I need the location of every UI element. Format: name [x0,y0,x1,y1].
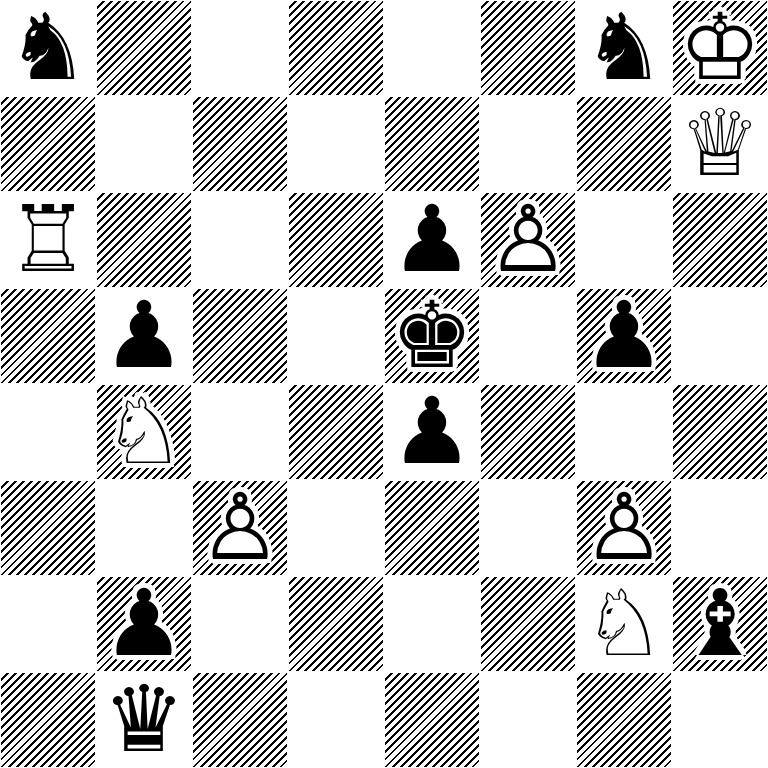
black-pawn-icon: ♟ [384,192,480,288]
black-pawn-icon: ♟ [576,288,672,384]
square-c1[interactable] [192,672,288,768]
square-f8[interactable] [480,0,576,96]
square-e3[interactable] [384,480,480,576]
black-knight-icon: ♞ [576,0,672,96]
piece-white-queen[interactable]: ♛♕ [672,96,768,192]
square-d6[interactable] [288,192,384,288]
square-h5[interactable] [672,288,768,384]
square-h7[interactable]: ♛♕ [672,96,768,192]
square-f1[interactable] [480,672,576,768]
piece-white-pawn[interactable]: ♟♙ [192,480,288,576]
square-b7[interactable] [96,96,192,192]
piece-black-queen[interactable]: ♛♛ [96,672,192,768]
black-pawn-icon: ♟ [384,384,480,480]
square-e2[interactable] [384,576,480,672]
square-b5[interactable]: ♟♟ [96,288,192,384]
square-c4[interactable] [192,384,288,480]
piece-black-knight[interactable]: ♞♞ [0,0,96,96]
square-d1[interactable] [288,672,384,768]
square-g2[interactable]: ♞♘ [576,576,672,672]
square-g4[interactable] [576,384,672,480]
chessboard: ♞♞♞♞♚♔♛♕♜♖♟♟♟♙♟♟♚♚♟♟♞♘♟♟♟♙♟♙♟♟♞♘♝♝♛♛ [0,0,768,768]
square-h1[interactable] [672,672,768,768]
square-h3[interactable] [672,480,768,576]
square-a2[interactable] [0,576,96,672]
square-h6[interactable] [672,192,768,288]
white-queen-icon: ♕ [672,96,768,192]
square-g7[interactable] [576,96,672,192]
piece-white-rook[interactable]: ♜♖ [0,192,96,288]
square-c5[interactable] [192,288,288,384]
piece-black-pawn[interactable]: ♟♟ [384,384,480,480]
square-d2[interactable] [288,576,384,672]
square-f4[interactable] [480,384,576,480]
square-f6[interactable]: ♟♙ [480,192,576,288]
white-pawn-icon: ♙ [480,192,576,288]
square-g5[interactable]: ♟♟ [576,288,672,384]
white-knight-icon: ♘ [576,576,672,672]
square-c3[interactable]: ♟♙ [192,480,288,576]
square-e4[interactable]: ♟♟ [384,384,480,480]
black-bishop-icon: ♝ [672,576,768,672]
square-b1[interactable]: ♛♛ [96,672,192,768]
square-a3[interactable] [0,480,96,576]
piece-white-king[interactable]: ♚♔ [672,0,768,96]
square-a7[interactable] [0,96,96,192]
square-f7[interactable] [480,96,576,192]
square-e6[interactable]: ♟♟ [384,192,480,288]
square-d7[interactable] [288,96,384,192]
white-rook-icon: ♖ [0,192,96,288]
square-e1[interactable] [384,672,480,768]
piece-white-knight[interactable]: ♞♘ [576,576,672,672]
square-g8[interactable]: ♞♞ [576,0,672,96]
square-c6[interactable] [192,192,288,288]
square-b4[interactable]: ♞♘ [96,384,192,480]
square-g1[interactable] [576,672,672,768]
square-a4[interactable] [0,384,96,480]
black-king-icon: ♚ [384,288,480,384]
square-b3[interactable] [96,480,192,576]
piece-white-pawn[interactable]: ♟♙ [480,192,576,288]
black-pawn-icon: ♟ [96,576,192,672]
square-h2[interactable]: ♝♝ [672,576,768,672]
white-king-icon: ♔ [672,0,768,96]
square-g6[interactable] [576,192,672,288]
square-a5[interactable] [0,288,96,384]
square-a1[interactable] [0,672,96,768]
piece-black-pawn[interactable]: ♟♟ [576,288,672,384]
square-b6[interactable] [96,192,192,288]
square-d3[interactable] [288,480,384,576]
white-pawn-icon: ♙ [576,480,672,576]
square-e8[interactable] [384,0,480,96]
black-queen-icon: ♛ [96,672,192,768]
piece-black-pawn[interactable]: ♟♟ [96,576,192,672]
piece-black-king[interactable]: ♚♚ [384,288,480,384]
piece-black-pawn[interactable]: ♟♟ [384,192,480,288]
square-a6[interactable]: ♜♖ [0,192,96,288]
white-knight-icon: ♘ [96,384,192,480]
black-knight-icon: ♞ [0,0,96,96]
white-pawn-icon: ♙ [192,480,288,576]
square-g3[interactable]: ♟♙ [576,480,672,576]
square-a8[interactable]: ♞♞ [0,0,96,96]
piece-black-pawn[interactable]: ♟♟ [96,288,192,384]
square-f3[interactable] [480,480,576,576]
piece-black-bishop[interactable]: ♝♝ [672,576,768,672]
square-h4[interactable] [672,384,768,480]
square-c2[interactable] [192,576,288,672]
piece-black-knight[interactable]: ♞♞ [576,0,672,96]
square-d4[interactable] [288,384,384,480]
square-f2[interactable] [480,576,576,672]
square-c8[interactable] [192,0,288,96]
square-f5[interactable] [480,288,576,384]
square-b2[interactable]: ♟♟ [96,576,192,672]
black-pawn-icon: ♟ [96,288,192,384]
square-e7[interactable] [384,96,480,192]
square-b8[interactable] [96,0,192,96]
square-d8[interactable] [288,0,384,96]
square-c7[interactable] [192,96,288,192]
piece-white-pawn[interactable]: ♟♙ [576,480,672,576]
piece-white-knight[interactable]: ♞♘ [96,384,192,480]
square-d5[interactable] [288,288,384,384]
square-h8[interactable]: ♚♔ [672,0,768,96]
square-e5[interactable]: ♚♚ [384,288,480,384]
